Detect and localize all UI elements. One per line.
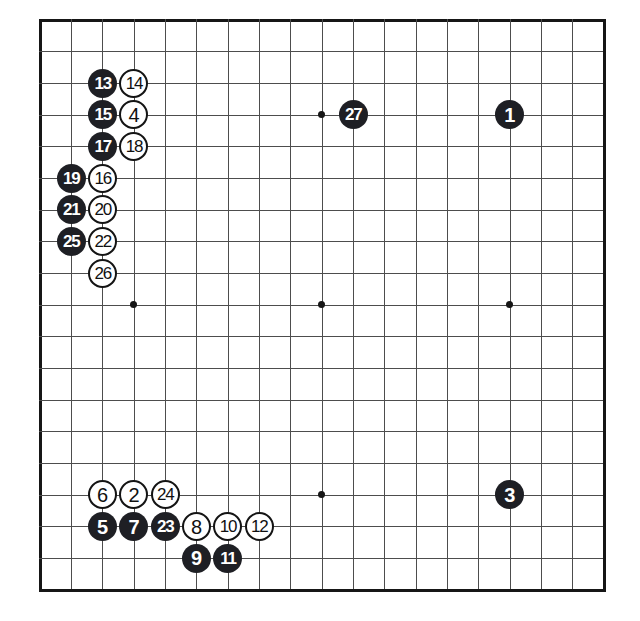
stone-black-15[interactable]: 15 [88, 100, 117, 129]
stone-white-22[interactable]: 22 [88, 227, 117, 256]
stone-black-27[interactable]: 27 [339, 100, 368, 129]
stone-white-24[interactable]: 24 [151, 480, 180, 509]
stone-black-9[interactable]: 9 [182, 544, 211, 573]
stone-white-2[interactable]: 2 [119, 480, 148, 509]
stone-black-1[interactable]: 1 [495, 100, 524, 129]
stone-black-19[interactable]: 19 [57, 164, 86, 193]
stone-black-7[interactable]: 7 [119, 512, 148, 541]
stone-black-17[interactable]: 17 [88, 132, 117, 161]
stone-black-21[interactable]: 21 [57, 195, 86, 224]
stone-black-13[interactable]: 13 [88, 69, 117, 98]
stone-white-4[interactable]: 4 [119, 100, 148, 129]
stone-white-26[interactable]: 26 [88, 259, 117, 288]
go-board[interactable]: 1234567891011121314151617181920212223242… [40, 20, 604, 590]
stone-white-18[interactable]: 18 [119, 132, 148, 161]
stone-black-5[interactable]: 5 [88, 512, 117, 541]
stone-white-10[interactable]: 10 [213, 512, 242, 541]
stones-layer: 1234567891011121314151617181920212223242… [24, 4, 619, 605]
stone-black-11[interactable]: 11 [213, 544, 242, 573]
stone-white-12[interactable]: 12 [245, 512, 274, 541]
stone-white-16[interactable]: 16 [88, 164, 117, 193]
stone-white-8[interactable]: 8 [182, 512, 211, 541]
stone-white-14[interactable]: 14 [119, 69, 148, 98]
go-diagram: 1234567891011121314151617181920212223242… [0, 0, 640, 621]
stone-white-20[interactable]: 20 [88, 195, 117, 224]
stone-black-3[interactable]: 3 [495, 480, 524, 509]
stone-black-23[interactable]: 23 [151, 512, 180, 541]
stone-white-6[interactable]: 6 [88, 480, 117, 509]
stone-black-25[interactable]: 25 [57, 227, 86, 256]
